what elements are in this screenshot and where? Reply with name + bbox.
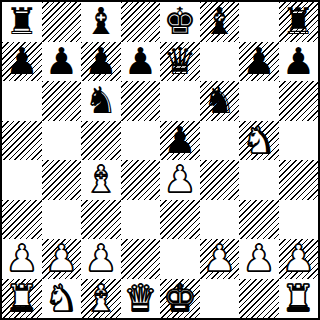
- square-a6[interactable]: [2, 81, 42, 121]
- square-d4[interactable]: [121, 160, 161, 200]
- piece-white-pawn: ♟: [203, 239, 236, 278]
- piece-white-queen: ♛: [124, 279, 157, 318]
- square-h1[interactable]: ♜: [279, 279, 319, 319]
- square-d3[interactable]: [121, 200, 161, 240]
- square-c4[interactable]: ♝: [81, 160, 121, 200]
- square-b6[interactable]: [42, 81, 82, 121]
- square-h8[interactable]: ♜: [279, 2, 319, 42]
- square-a2[interactable]: ♟: [2, 239, 42, 279]
- piece-white-pawn: ♟: [163, 160, 196, 199]
- square-e1[interactable]: ♚: [160, 279, 200, 319]
- square-b5[interactable]: [42, 121, 82, 161]
- square-e7[interactable]: ♛: [160, 42, 200, 82]
- square-a8[interactable]: ♜: [2, 2, 42, 42]
- square-c1[interactable]: ♝: [81, 279, 121, 319]
- square-f4[interactable]: [200, 160, 240, 200]
- square-a4[interactable]: [2, 160, 42, 200]
- piece-black-knight: ♞: [84, 81, 117, 120]
- chess-board-diagram: ♜♝♚♝♜♟♟♟♟♛♟♟♞♞♟♞♝♟♟♟♟♟♟♟♜♞♝♛♚♜: [0, 0, 320, 320]
- square-d7[interactable]: ♟: [121, 42, 161, 82]
- piece-black-pawn: ♟: [282, 42, 315, 81]
- square-b2[interactable]: ♟: [42, 239, 82, 279]
- square-f5[interactable]: [200, 121, 240, 161]
- square-a1[interactable]: ♜: [2, 279, 42, 319]
- piece-black-pawn: ♟: [124, 42, 157, 81]
- piece-black-pawn: ♟: [45, 42, 78, 81]
- square-b3[interactable]: [42, 200, 82, 240]
- square-h4[interactable]: [279, 160, 319, 200]
- square-a7[interactable]: ♟: [2, 42, 42, 82]
- square-b8[interactable]: [42, 2, 82, 42]
- square-e6[interactable]: [160, 81, 200, 121]
- square-g7[interactable]: ♟: [239, 42, 279, 82]
- square-e3[interactable]: [160, 200, 200, 240]
- square-f6[interactable]: ♞: [200, 81, 240, 121]
- piece-black-king: ♚: [163, 2, 196, 41]
- square-g4[interactable]: [239, 160, 279, 200]
- square-g6[interactable]: [239, 81, 279, 121]
- square-d8[interactable]: [121, 2, 161, 42]
- square-f3[interactable]: [200, 200, 240, 240]
- square-h3[interactable]: [279, 200, 319, 240]
- piece-white-pawn: ♟: [5, 239, 38, 278]
- square-c3[interactable]: [81, 200, 121, 240]
- square-h2[interactable]: ♟: [279, 239, 319, 279]
- square-g3[interactable]: [239, 200, 279, 240]
- square-e2[interactable]: [160, 239, 200, 279]
- square-a3[interactable]: [2, 200, 42, 240]
- square-c7[interactable]: ♟: [81, 42, 121, 82]
- square-g5[interactable]: ♞: [239, 121, 279, 161]
- square-f2[interactable]: ♟: [200, 239, 240, 279]
- square-g2[interactable]: ♟: [239, 239, 279, 279]
- square-e5[interactable]: ♟: [160, 121, 200, 161]
- square-b4[interactable]: [42, 160, 82, 200]
- piece-white-rook: ♜: [282, 279, 315, 318]
- piece-black-bishop: ♝: [203, 2, 236, 41]
- square-f8[interactable]: ♝: [200, 2, 240, 42]
- square-c6[interactable]: ♞: [81, 81, 121, 121]
- piece-black-pawn: ♟: [84, 42, 117, 81]
- piece-white-pawn: ♟: [242, 239, 275, 278]
- square-c5[interactable]: [81, 121, 121, 161]
- piece-black-pawn: ♟: [163, 121, 196, 160]
- piece-white-rook: ♜: [5, 279, 38, 318]
- square-c8[interactable]: ♝: [81, 2, 121, 42]
- square-d5[interactable]: [121, 121, 161, 161]
- piece-black-queen: ♛: [163, 42, 196, 81]
- piece-white-pawn: ♟: [45, 239, 78, 278]
- square-b1[interactable]: ♞: [42, 279, 82, 319]
- piece-white-bishop: ♝: [84, 279, 117, 318]
- square-h5[interactable]: [279, 121, 319, 161]
- square-e4[interactable]: ♟: [160, 160, 200, 200]
- piece-black-pawn: ♟: [5, 42, 38, 81]
- square-g1[interactable]: [239, 279, 279, 319]
- piece-white-king: ♚: [163, 279, 196, 318]
- square-d6[interactable]: [121, 81, 161, 121]
- piece-black-knight: ♞: [203, 81, 236, 120]
- square-g8[interactable]: [239, 2, 279, 42]
- piece-black-bishop: ♝: [84, 2, 117, 41]
- piece-white-pawn: ♟: [282, 239, 315, 278]
- square-c2[interactable]: ♟: [81, 239, 121, 279]
- piece-white-pawn: ♟: [84, 239, 117, 278]
- piece-black-pawn: ♟: [242, 42, 275, 81]
- chess-board: ♜♝♚♝♜♟♟♟♟♛♟♟♞♞♟♞♝♟♟♟♟♟♟♟♜♞♝♛♚♜: [0, 0, 320, 320]
- square-h7[interactable]: ♟: [279, 42, 319, 82]
- piece-white-knight: ♞: [242, 121, 275, 160]
- square-b7[interactable]: ♟: [42, 42, 82, 82]
- square-e8[interactable]: ♚: [160, 2, 200, 42]
- piece-black-rook: ♜: [5, 2, 38, 41]
- square-d2[interactable]: [121, 239, 161, 279]
- piece-black-rook: ♜: [282, 2, 315, 41]
- square-h6[interactable]: [279, 81, 319, 121]
- piece-white-knight: ♞: [45, 279, 78, 318]
- square-a5[interactable]: [2, 121, 42, 161]
- piece-white-bishop: ♝: [84, 160, 117, 199]
- square-f7[interactable]: [200, 42, 240, 82]
- square-f1[interactable]: [200, 279, 240, 319]
- square-d1[interactable]: ♛: [121, 279, 161, 319]
